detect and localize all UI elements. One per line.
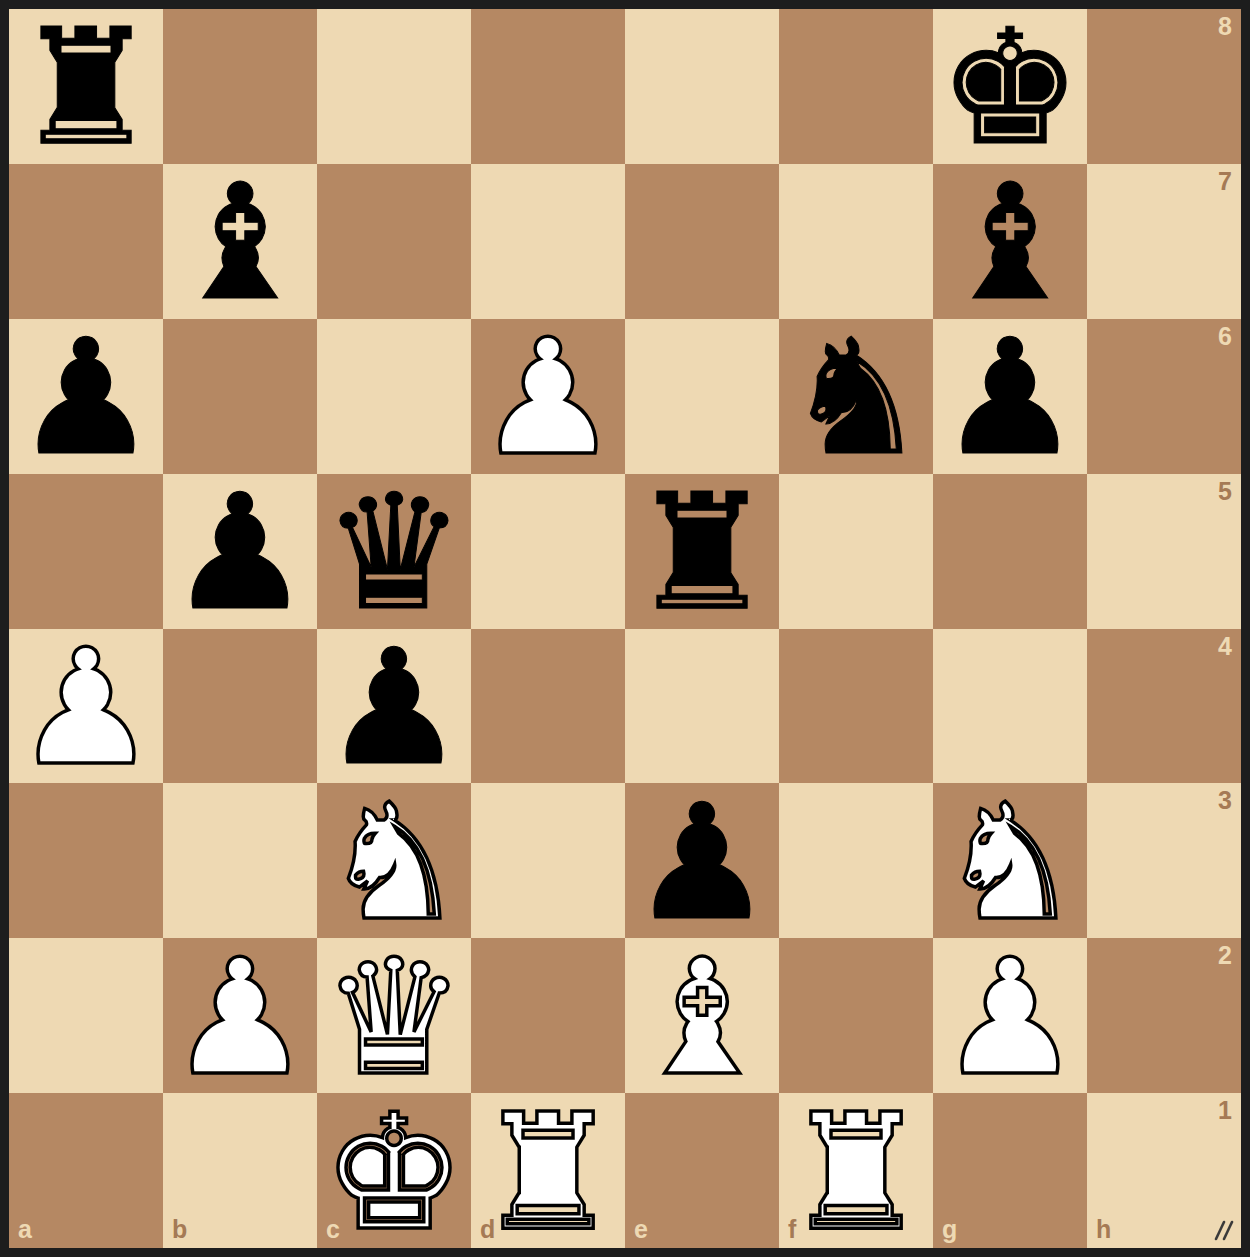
square-c6[interactable] <box>317 319 471 474</box>
square-d3[interactable] <box>471 783 625 938</box>
black-queen[interactable]: ♛ <box>322 474 465 629</box>
rank-label-5: 5 <box>1218 479 1232 504</box>
rank-label-2: 2 <box>1218 943 1232 968</box>
square-a5[interactable] <box>9 474 163 629</box>
white-knight[interactable]: ♞ <box>322 783 465 938</box>
square-h1[interactable]: 1h <box>1087 1093 1241 1248</box>
rank-label-3: 3 <box>1218 788 1232 813</box>
square-b3[interactable] <box>163 783 317 938</box>
rank-label-6: 6 <box>1218 324 1232 349</box>
square-c5[interactable]: ♛ <box>317 474 471 629</box>
rank-label-1: 1 <box>1218 1098 1232 1123</box>
file-label-h: h <box>1096 1217 1111 1242</box>
rank-label-7: 7 <box>1218 169 1232 194</box>
square-e4[interactable] <box>625 629 779 784</box>
square-h6[interactable]: 6 <box>1087 319 1241 474</box>
square-a8[interactable]: ♜ <box>9 9 163 164</box>
square-c7[interactable] <box>317 164 471 319</box>
square-e3[interactable]: ♟ <box>625 783 779 938</box>
white-knight[interactable]: ♞ <box>938 783 1081 938</box>
square-h8[interactable]: 8 <box>1087 9 1241 164</box>
square-h2[interactable]: 2 <box>1087 938 1241 1093</box>
black-pawn[interactable]: ♟ <box>14 319 157 474</box>
white-rook[interactable]: ♜ <box>784 1093 927 1248</box>
file-label-b: b <box>172 1217 187 1242</box>
white-queen[interactable]: ♛ <box>322 938 465 1093</box>
square-a6[interactable]: ♟ <box>9 319 163 474</box>
square-e1[interactable]: e <box>625 1093 779 1248</box>
file-label-a: a <box>18 1217 32 1242</box>
square-e6[interactable] <box>625 319 779 474</box>
square-g4[interactable] <box>933 629 1087 784</box>
rank-label-4: 4 <box>1218 634 1232 659</box>
square-e8[interactable] <box>625 9 779 164</box>
square-b7[interactable]: ♝ <box>163 164 317 319</box>
square-c8[interactable] <box>317 9 471 164</box>
square-e2[interactable]: ♝ <box>625 938 779 1093</box>
black-bishop[interactable]: ♝ <box>938 164 1081 319</box>
square-f1[interactable]: f♜ <box>779 1093 933 1248</box>
black-rook[interactable]: ♜ <box>14 9 157 164</box>
square-f5[interactable] <box>779 474 933 629</box>
black-rook[interactable]: ♜ <box>630 474 773 629</box>
black-pawn[interactable]: ♟ <box>630 783 773 938</box>
square-f4[interactable] <box>779 629 933 784</box>
square-a3[interactable] <box>9 783 163 938</box>
white-pawn[interactable]: ♟ <box>14 629 157 784</box>
white-pawn[interactable]: ♟ <box>938 938 1081 1093</box>
black-pawn[interactable]: ♟ <box>322 629 465 784</box>
square-g6[interactable]: ♟ <box>933 319 1087 474</box>
square-b8[interactable] <box>163 9 317 164</box>
square-c4[interactable]: ♟ <box>317 629 471 784</box>
rank-label-8: 8 <box>1218 14 1232 39</box>
square-g7[interactable]: ♝ <box>933 164 1087 319</box>
square-g2[interactable]: ♟ <box>933 938 1087 1093</box>
square-c1[interactable]: c♚ <box>317 1093 471 1248</box>
square-f2[interactable] <box>779 938 933 1093</box>
square-g3[interactable]: ♞ <box>933 783 1087 938</box>
square-f3[interactable] <box>779 783 933 938</box>
square-h7[interactable]: 7 <box>1087 164 1241 319</box>
square-a1[interactable]: a <box>9 1093 163 1248</box>
square-d1[interactable]: d♜ <box>471 1093 625 1248</box>
square-d4[interactable] <box>471 629 625 784</box>
black-knight[interactable]: ♞ <box>784 319 927 474</box>
square-h5[interactable]: 5 <box>1087 474 1241 629</box>
square-d5[interactable] <box>471 474 625 629</box>
square-h4[interactable]: 4 <box>1087 629 1241 784</box>
square-d7[interactable] <box>471 164 625 319</box>
white-pawn[interactable]: ♟ <box>168 938 311 1093</box>
square-d6[interactable]: ♟ <box>471 319 625 474</box>
black-pawn[interactable]: ♟ <box>938 319 1081 474</box>
square-b1[interactable]: b <box>163 1093 317 1248</box>
square-g5[interactable] <box>933 474 1087 629</box>
chess-board: ♜♚8♝♝7♟♟♞♟6♟♛♜5♟♟4♞♟♞3♟♛♝♟2abc♚d♜ef♜g1h <box>9 9 1241 1248</box>
black-pawn[interactable]: ♟ <box>168 474 311 629</box>
square-d2[interactable] <box>471 938 625 1093</box>
square-b6[interactable] <box>163 319 317 474</box>
square-a2[interactable] <box>9 938 163 1093</box>
square-f8[interactable] <box>779 9 933 164</box>
square-c2[interactable]: ♛ <box>317 938 471 1093</box>
square-b4[interactable] <box>163 629 317 784</box>
square-f7[interactable] <box>779 164 933 319</box>
square-b2[interactable]: ♟ <box>163 938 317 1093</box>
white-rook[interactable]: ♜ <box>476 1093 619 1248</box>
board-frame: ♜♚8♝♝7♟♟♞♟6♟♛♜5♟♟4♞♟♞3♟♛♝♟2abc♚d♜ef♜g1h <box>0 0 1250 1257</box>
file-label-e: e <box>634 1217 648 1242</box>
black-bishop[interactable]: ♝ <box>168 164 311 319</box>
file-label-g: g <box>942 1217 957 1242</box>
square-a7[interactable] <box>9 164 163 319</box>
square-d8[interactable] <box>471 9 625 164</box>
white-pawn[interactable]: ♟ <box>476 319 619 474</box>
diagonal-hatch-mark <box>1210 1217 1236 1243</box>
square-g8[interactable]: ♚ <box>933 9 1087 164</box>
square-a4[interactable]: ♟ <box>9 629 163 784</box>
white-bishop[interactable]: ♝ <box>630 938 773 1093</box>
square-e7[interactable] <box>625 164 779 319</box>
square-f6[interactable]: ♞ <box>779 319 933 474</box>
square-e5[interactable]: ♜ <box>625 474 779 629</box>
square-c3[interactable]: ♞ <box>317 783 471 938</box>
square-h3[interactable]: 3 <box>1087 783 1241 938</box>
black-king[interactable]: ♚ <box>938 9 1081 164</box>
square-b5[interactable]: ♟ <box>163 474 317 629</box>
white-king[interactable]: ♚ <box>322 1093 465 1248</box>
square-g1[interactable]: g <box>933 1093 1087 1248</box>
